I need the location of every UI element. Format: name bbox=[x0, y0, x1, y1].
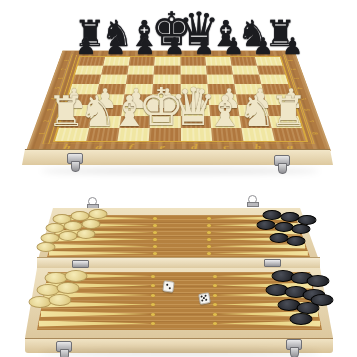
die[interactable] bbox=[198, 292, 211, 305]
case-latch-left[interactable] bbox=[56, 341, 72, 352]
chess-piece-black-p[interactable]: ♟ bbox=[135, 35, 156, 58]
rank-label: 3 bbox=[286, 76, 308, 81]
rank-label: 6 bbox=[50, 76, 72, 81]
chess-piece-black-p[interactable]: ♟ bbox=[282, 35, 303, 58]
chess-square[interactable] bbox=[128, 66, 155, 75]
chess-piece-black-p[interactable]: ♟ bbox=[223, 35, 244, 58]
point-tip-dot bbox=[207, 217, 211, 220]
point-tip-dot bbox=[207, 224, 211, 227]
chess-latch-left[interactable] bbox=[67, 153, 83, 164]
backgammon-point[interactable] bbox=[49, 251, 152, 256]
rank-label: 8 bbox=[56, 58, 76, 62]
hanging-loop-left[interactable] bbox=[87, 197, 97, 209]
chess-piece-black-p[interactable]: ♟ bbox=[164, 35, 185, 58]
point-tip-dot bbox=[207, 231, 211, 234]
white-checker[interactable] bbox=[77, 229, 96, 239]
chess-square[interactable] bbox=[154, 66, 180, 75]
point-tip-dot bbox=[151, 313, 155, 316]
point-tip-dot bbox=[207, 238, 211, 241]
point-tip-dot bbox=[213, 284, 217, 287]
point-tip-dot bbox=[151, 303, 155, 306]
point-tip-dot bbox=[153, 217, 157, 220]
point-tip-dot bbox=[213, 322, 217, 325]
chess-piece-black-p[interactable]: ♟ bbox=[105, 35, 126, 58]
chess-square[interactable] bbox=[206, 66, 233, 75]
die-pip bbox=[169, 287, 171, 289]
chess-piece-black-p[interactable]: ♟ bbox=[194, 35, 215, 58]
point-tip-dot bbox=[213, 294, 217, 297]
chess-piece-white-r[interactable]: ♜ bbox=[270, 91, 308, 133]
point-tip-dot bbox=[153, 245, 157, 248]
chess-square[interactable] bbox=[75, 66, 103, 75]
black-checker[interactable] bbox=[263, 210, 282, 220]
hinge-right bbox=[264, 259, 281, 267]
point-tip-dot bbox=[151, 284, 155, 287]
point-tip-dot bbox=[207, 252, 211, 255]
product-photo-canvas: hgfedcba 87654321 12345678 ♜♞♝♚♛♝♞♜♟♟♟♟♟… bbox=[0, 0, 357, 357]
white-checker[interactable] bbox=[37, 242, 56, 252]
black-checker[interactable] bbox=[307, 275, 330, 287]
rank-label: 1 bbox=[280, 58, 300, 62]
die-pip bbox=[166, 284, 168, 286]
point-tip-dot bbox=[213, 303, 217, 306]
white-checker[interactable] bbox=[65, 270, 88, 282]
black-checker[interactable] bbox=[311, 294, 334, 306]
point-tip-dot bbox=[213, 313, 217, 316]
backgammon-point[interactable] bbox=[41, 311, 150, 317]
chess-latch-right[interactable] bbox=[274, 155, 290, 166]
chess-square[interactable] bbox=[231, 66, 259, 75]
backgammon-point[interactable] bbox=[39, 321, 150, 327]
die-pip bbox=[205, 299, 207, 301]
hanging-loop-right[interactable] bbox=[247, 195, 257, 207]
point-tip-dot bbox=[153, 231, 157, 234]
case-shadow bbox=[40, 350, 320, 356]
rank-label: 2 bbox=[283, 67, 304, 71]
case-latch-right[interactable] bbox=[286, 339, 302, 350]
point-tip-dot bbox=[207, 245, 211, 248]
hinge-left bbox=[72, 260, 89, 268]
white-checker[interactable] bbox=[49, 294, 72, 306]
chess-piece-black-p[interactable]: ♟ bbox=[76, 35, 97, 58]
white-checker[interactable] bbox=[89, 209, 108, 219]
chess-piece-black-p[interactable]: ♟ bbox=[253, 35, 274, 58]
point-tip-dot bbox=[151, 275, 155, 278]
black-checker[interactable] bbox=[287, 236, 306, 246]
die-pip bbox=[201, 299, 203, 301]
point-tip-dot bbox=[153, 238, 157, 241]
die[interactable] bbox=[162, 280, 174, 292]
point-tip-dot bbox=[151, 294, 155, 297]
point-tip-dot bbox=[213, 275, 217, 278]
chess-square[interactable] bbox=[180, 66, 206, 75]
chess-square[interactable] bbox=[101, 66, 129, 75]
point-tip-dot bbox=[153, 252, 157, 255]
point-tip-dot bbox=[153, 224, 157, 227]
rank-label: 7 bbox=[53, 67, 74, 71]
black-checker[interactable] bbox=[257, 220, 276, 230]
black-checker[interactable] bbox=[290, 313, 313, 325]
black-checker[interactable] bbox=[292, 224, 311, 234]
chess-square[interactable] bbox=[257, 66, 285, 75]
white-checker[interactable] bbox=[59, 231, 78, 241]
white-checker[interactable] bbox=[82, 219, 101, 229]
point-tip-dot bbox=[151, 322, 155, 325]
white-checker[interactable] bbox=[57, 282, 80, 294]
backgammon-point[interactable] bbox=[51, 244, 152, 249]
black-checker[interactable] bbox=[275, 222, 294, 232]
backgammon-point[interactable] bbox=[212, 251, 308, 256]
loop-base bbox=[247, 202, 259, 207]
